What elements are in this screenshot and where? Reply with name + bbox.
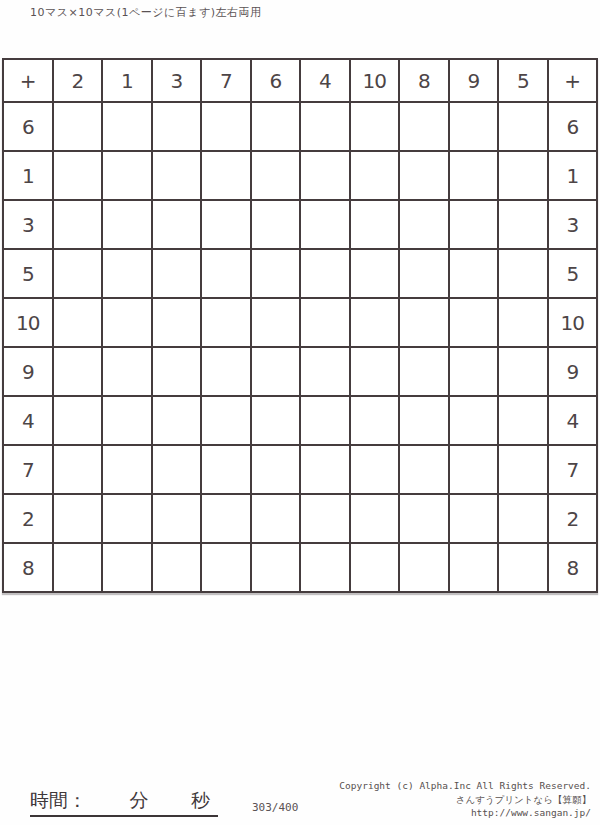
page-number: 303/400 — [252, 801, 298, 814]
answer-cell — [450, 446, 498, 493]
answer-cell — [153, 103, 201, 150]
answer-cell — [202, 397, 250, 444]
answer-cell — [153, 495, 201, 542]
top-header-cell: 6 — [252, 60, 300, 101]
answer-cell — [499, 495, 547, 542]
answer-cell — [351, 495, 399, 542]
answer-cell — [450, 103, 498, 150]
answer-cell — [499, 446, 547, 493]
answer-cell — [450, 544, 498, 591]
time-field: 時間： 分 秒 — [30, 790, 218, 817]
answer-cell — [499, 348, 547, 395]
answer-cell — [351, 446, 399, 493]
answer-cell — [400, 397, 448, 444]
left-header-cell: 9 — [4, 348, 52, 395]
answer-cell — [202, 446, 250, 493]
answer-cell — [153, 348, 201, 395]
answer-cell — [301, 544, 349, 591]
answer-cell — [202, 544, 250, 591]
calculation-grid: +21376410895+6611335510109944772288 — [2, 58, 598, 593]
answer-cell — [499, 544, 547, 591]
answer-cell — [252, 152, 300, 199]
answer-cell — [499, 299, 547, 346]
answer-cell — [450, 201, 498, 248]
answer-cell — [54, 348, 102, 395]
answer-cell — [54, 250, 102, 297]
copyright-line-2: さんすうプリントなら【算願】 — [339, 793, 591, 807]
answer-cell — [252, 544, 300, 591]
answer-cell — [400, 299, 448, 346]
answer-cell — [252, 201, 300, 248]
answer-cell — [450, 152, 498, 199]
operator-corner-left: + — [4, 60, 52, 101]
answer-cell — [400, 103, 448, 150]
left-header-cell: 2 — [4, 495, 52, 542]
right-header-cell: 1 — [549, 152, 597, 199]
answer-cell — [351, 299, 399, 346]
top-header-cell: 5 — [499, 60, 547, 101]
answer-cell — [54, 446, 102, 493]
answer-cell — [351, 250, 399, 297]
answer-cell — [202, 152, 250, 199]
answer-cell — [400, 446, 448, 493]
answer-cell — [103, 397, 151, 444]
answer-cell — [252, 103, 300, 150]
time-label: 時間： — [30, 788, 87, 814]
answer-cell — [153, 446, 201, 493]
left-header-cell: 6 — [4, 103, 52, 150]
answer-cell — [54, 495, 102, 542]
seconds-label: 秒 — [191, 788, 210, 814]
answer-cell — [54, 201, 102, 248]
answer-cell — [252, 397, 300, 444]
answer-cell — [252, 446, 300, 493]
answer-cell — [153, 299, 201, 346]
sheet-title: 10マス×10マス(1ページに百ます)左右両用 — [30, 5, 262, 20]
right-header-cell: 9 — [549, 348, 597, 395]
right-header-cell: 6 — [549, 103, 597, 150]
worksheet-page: 10マス×10マス(1ページに百ます)左右両用 +21376410895+661… — [0, 0, 600, 825]
top-header-cell: 10 — [351, 60, 399, 101]
answer-cell — [202, 201, 250, 248]
top-header-cell: 7 — [202, 60, 250, 101]
copyright-line-1: Copyright (c) Alpha.Inc All Rights Reser… — [339, 779, 591, 793]
answer-cell — [103, 348, 151, 395]
right-header-cell: 10 — [549, 299, 597, 346]
answer-cell — [351, 152, 399, 199]
left-header-cell: 10 — [4, 299, 52, 346]
answer-cell — [54, 299, 102, 346]
left-header-cell: 4 — [4, 397, 52, 444]
answer-cell — [103, 152, 151, 199]
left-header-cell: 1 — [4, 152, 52, 199]
answer-cell — [103, 103, 151, 150]
answer-cell — [301, 446, 349, 493]
answer-cell — [202, 299, 250, 346]
left-header-cell: 7 — [4, 446, 52, 493]
answer-cell — [499, 152, 547, 199]
top-header-cell: 8 — [400, 60, 448, 101]
answer-cell — [400, 348, 448, 395]
answer-cell — [301, 201, 349, 248]
answer-cell — [153, 152, 201, 199]
answer-cell — [252, 299, 300, 346]
right-header-cell: 5 — [549, 250, 597, 297]
right-header-cell: 8 — [549, 544, 597, 591]
answer-cell — [301, 495, 349, 542]
minutes-label: 分 — [130, 788, 149, 814]
answer-cell — [202, 348, 250, 395]
answer-cell — [153, 250, 201, 297]
operator-corner-right: + — [549, 60, 597, 101]
left-header-cell: 8 — [4, 544, 52, 591]
right-header-cell: 3 — [549, 201, 597, 248]
left-header-cell: 5 — [4, 250, 52, 297]
answer-cell — [54, 397, 102, 444]
answer-cell — [54, 544, 102, 591]
answer-cell — [153, 397, 201, 444]
answer-cell — [103, 446, 151, 493]
answer-cell — [351, 397, 399, 444]
answer-cell — [202, 250, 250, 297]
answer-cell — [400, 152, 448, 199]
answer-cell — [499, 201, 547, 248]
answer-cell — [400, 544, 448, 591]
answer-cell — [450, 397, 498, 444]
answer-cell — [301, 103, 349, 150]
answer-cell — [499, 250, 547, 297]
answer-cell — [301, 397, 349, 444]
answer-cell — [103, 250, 151, 297]
answer-cell — [54, 152, 102, 199]
answer-cell — [351, 201, 399, 248]
answer-cell — [400, 495, 448, 542]
answer-cell — [499, 397, 547, 444]
copyright-url: http://www.sangan.jp/ — [339, 806, 591, 820]
answer-cell — [103, 544, 151, 591]
answer-cell — [252, 495, 300, 542]
answer-cell — [301, 152, 349, 199]
answer-cell — [351, 348, 399, 395]
answer-cell — [351, 103, 399, 150]
copyright-block: Copyright (c) Alpha.Inc All Rights Reser… — [339, 779, 591, 820]
right-header-cell: 2 — [549, 495, 597, 542]
answer-cell — [301, 348, 349, 395]
answer-cell — [450, 495, 498, 542]
answer-cell — [351, 544, 399, 591]
top-header-cell: 1 — [103, 60, 151, 101]
answer-cell — [153, 544, 201, 591]
top-header-cell: 3 — [153, 60, 201, 101]
answer-cell — [103, 495, 151, 542]
answer-cell — [450, 299, 498, 346]
answer-cell — [450, 250, 498, 297]
right-header-cell: 7 — [549, 446, 597, 493]
answer-cell — [202, 495, 250, 542]
answer-cell — [252, 250, 300, 297]
left-header-cell: 3 — [4, 201, 52, 248]
answer-cell — [400, 201, 448, 248]
answer-cell — [301, 250, 349, 297]
answer-cell — [499, 103, 547, 150]
answer-cell — [252, 348, 300, 395]
top-header-cell: 4 — [301, 60, 349, 101]
top-header-cell: 2 — [54, 60, 102, 101]
answer-cell — [400, 250, 448, 297]
answer-cell — [54, 103, 102, 150]
answer-cell — [103, 299, 151, 346]
answer-cell — [301, 299, 349, 346]
answer-cell — [103, 201, 151, 248]
answer-cell — [153, 201, 201, 248]
top-header-cell: 9 — [450, 60, 498, 101]
answer-cell — [450, 348, 498, 395]
answer-cell — [202, 103, 250, 150]
right-header-cell: 4 — [549, 397, 597, 444]
